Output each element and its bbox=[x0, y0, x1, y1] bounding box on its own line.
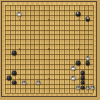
star-point bbox=[19, 48, 21, 50]
move-number-label: 12 bbox=[37, 81, 41, 84]
grid-line-horizontal bbox=[5, 54, 93, 55]
grid-line-horizontal bbox=[5, 93, 93, 94]
star-point bbox=[48, 19, 50, 21]
move-number-label: 10 bbox=[22, 81, 26, 84]
stone-black-C5 bbox=[12, 70, 17, 75]
stone-white-T2: 18 bbox=[90, 85, 95, 90]
star-point bbox=[78, 78, 80, 80]
move-number-label: 4 bbox=[72, 67, 74, 70]
stone-black-S7 bbox=[85, 61, 90, 66]
move-number-label: 6 bbox=[72, 76, 74, 79]
grid-line-vertical bbox=[54, 5, 55, 93]
stone-black-Q17: 1 bbox=[75, 12, 80, 17]
stone-white-H3: 12 bbox=[36, 80, 41, 85]
move-number-label: 1 bbox=[77, 13, 79, 16]
stone-white-D17: 2 bbox=[16, 12, 21, 17]
star-point bbox=[19, 19, 21, 21]
grid-line-horizontal bbox=[5, 69, 93, 70]
stone-black-Q7 bbox=[75, 61, 80, 66]
move-number-label: 14 bbox=[76, 86, 80, 89]
move-number-label: 8 bbox=[87, 57, 89, 60]
stone-black-B4 bbox=[7, 75, 12, 80]
star-point bbox=[48, 78, 50, 80]
stone-black-C3 bbox=[12, 80, 17, 85]
stone-white-P6: 4 bbox=[70, 66, 75, 71]
stone-white-E3: 10 bbox=[21, 80, 26, 85]
stone-black-C9 bbox=[12, 51, 17, 56]
grid-line-vertical bbox=[64, 5, 65, 93]
star-point bbox=[78, 19, 80, 21]
star-point bbox=[19, 78, 21, 80]
star-point bbox=[78, 48, 80, 50]
move-number-label: 2 bbox=[18, 13, 20, 16]
stone-black-R2 bbox=[80, 85, 85, 90]
grid-line-vertical bbox=[69, 5, 70, 93]
move-number-label: 3 bbox=[87, 18, 89, 21]
stone-black-S16: 3 bbox=[85, 16, 90, 21]
go-board[interactable]: 1234681012141618 bbox=[1, 1, 97, 97]
stone-white-P4: 6 bbox=[70, 75, 75, 80]
grid-line-vertical bbox=[93, 5, 94, 93]
move-number-label: 16 bbox=[86, 86, 90, 89]
grid-line-vertical bbox=[59, 5, 60, 93]
grid-line-horizontal bbox=[5, 59, 93, 60]
move-number-label: 18 bbox=[91, 86, 95, 89]
star-point bbox=[48, 48, 50, 50]
